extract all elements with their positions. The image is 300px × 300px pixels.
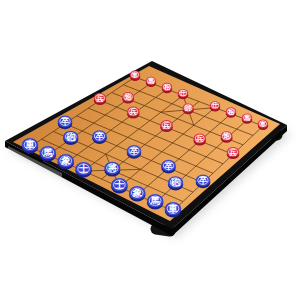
piece-blue-chariot[interactable]: 車 xyxy=(165,202,182,217)
piece-blue-soldier[interactable]: 卒 xyxy=(161,160,176,174)
piece-blue-advisor[interactable]: 士 xyxy=(75,162,92,177)
piece-red-horse[interactable]: 馬 xyxy=(146,77,156,87)
piece-blue-general[interactable]: 將 xyxy=(104,162,120,177)
piece-character: 兵 xyxy=(228,148,237,157)
piece-character: 象 xyxy=(61,155,71,166)
piece-character: 仕 xyxy=(211,101,218,108)
piece-character: 相 xyxy=(227,108,234,116)
piece-blue-soldier[interactable]: 卒 xyxy=(58,116,73,130)
piece-character: 馬 xyxy=(149,195,160,206)
piece-red-horse[interactable]: 馬 xyxy=(242,113,252,123)
piece-character: 砲 xyxy=(170,177,181,187)
piece-blue-elephant[interactable]: 象 xyxy=(57,154,74,169)
piece-blue-advisor[interactable]: 士 xyxy=(111,178,128,193)
piece-character: 卒 xyxy=(61,116,70,126)
piece-character: 仕 xyxy=(179,89,186,96)
piece-red-general[interactable]: 帥 xyxy=(183,103,194,114)
piece-blue-horse[interactable]: 馬 xyxy=(147,194,164,209)
piece-character: 兵 xyxy=(95,94,104,103)
piece-character: 車 xyxy=(259,120,266,127)
piece-red-cannon[interactable]: 炮 xyxy=(122,92,134,104)
xiangqi-board: 車馬相仕炮兵仕帥相兵馬卒車兵炮卒砲兵車卒兵馬象卒將士卒砲士象馬車 xyxy=(0,0,300,300)
piece-red-elephant[interactable]: 相 xyxy=(162,83,172,93)
piece-blue-cannon[interactable]: 砲 xyxy=(168,176,183,190)
piece-character: 車 xyxy=(131,71,138,78)
piece-red-soldier[interactable]: 兵 xyxy=(194,134,206,146)
piece-red-chariot[interactable]: 車 xyxy=(258,120,268,130)
piece-red-cannon[interactable]: 炮 xyxy=(221,131,233,143)
piece-blue-chariot[interactable]: 車 xyxy=(22,138,39,153)
piece-red-advisor[interactable]: 仕 xyxy=(210,101,220,111)
piece-character: 士 xyxy=(114,179,125,190)
piece-red-elephant[interactable]: 相 xyxy=(226,107,236,117)
piece-character: 卒 xyxy=(130,146,139,156)
piece-character: 卒 xyxy=(95,131,104,141)
piece-character: 馬 xyxy=(243,114,250,122)
piece-blue-cannon[interactable]: 砲 xyxy=(63,131,78,145)
piece-red-chariot[interactable]: 車 xyxy=(130,71,140,81)
piece-character: 砲 xyxy=(65,132,76,142)
piece-character: 卒 xyxy=(199,175,208,185)
piece-character: 炮 xyxy=(124,93,132,101)
piece-blue-soldier[interactable]: 卒 xyxy=(127,145,142,159)
piece-character: 兵 xyxy=(162,121,171,130)
piece-character: 馬 xyxy=(42,147,53,158)
piece-character: 炮 xyxy=(222,132,230,140)
piece-red-soldier[interactable]: 兵 xyxy=(94,93,106,105)
piece-character: 卒 xyxy=(164,161,173,171)
piece-character: 士 xyxy=(78,163,89,174)
piece-red-advisor[interactable]: 仕 xyxy=(178,89,188,99)
piece-character: 車 xyxy=(167,203,178,214)
piece-blue-horse[interactable]: 馬 xyxy=(40,146,57,161)
piece-red-soldier[interactable]: 兵 xyxy=(127,107,139,119)
piece-character: 相 xyxy=(163,83,170,91)
piece-character: 將 xyxy=(107,163,118,173)
piece-red-soldier[interactable]: 兵 xyxy=(160,120,172,132)
piece-character: 馬 xyxy=(147,77,154,85)
piece-character: 車 xyxy=(24,139,35,150)
piece-character: 帥 xyxy=(185,104,192,112)
piece-character: 兵 xyxy=(129,107,138,116)
piece-blue-soldier[interactable]: 卒 xyxy=(92,130,107,144)
piece-character: 兵 xyxy=(195,134,204,143)
piece-red-soldier[interactable]: 兵 xyxy=(227,147,239,159)
piece-blue-soldier[interactable]: 卒 xyxy=(196,175,211,189)
piece-blue-elephant[interactable]: 象 xyxy=(129,186,146,201)
product-photo-scene: 車馬相仕炮兵仕帥相兵馬卒車兵炮卒砲兵車卒兵馬象卒將士卒砲士象馬車 xyxy=(0,0,300,300)
piece-character: 象 xyxy=(133,187,143,198)
